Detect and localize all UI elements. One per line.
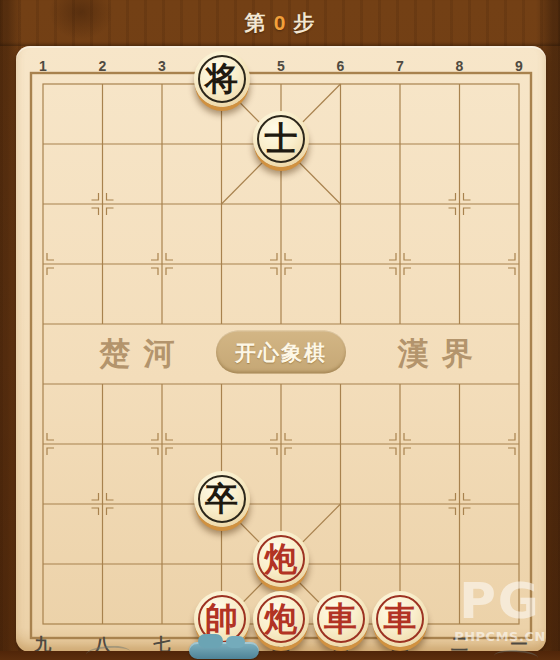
header-bar: 第 0 步	[0, 0, 560, 46]
xiangqi-board[interactable]: 楚河 开心象棋 漢界 123456789九八七六五四三二一 将士卒炮帥炮車車	[16, 46, 546, 652]
piece-red-chariot-b[interactable]: 車	[372, 591, 428, 647]
piece-black-soldier[interactable]: 卒	[194, 471, 250, 527]
file-label-top-7: 7	[396, 58, 404, 74]
piece-glyph: 士	[265, 123, 298, 156]
move-counter-suffix: 步	[293, 9, 315, 37]
piece-red-chariot-a[interactable]: 車	[313, 591, 369, 647]
file-label-top-9: 9	[515, 58, 523, 74]
piece-glyph: 炮	[265, 603, 298, 636]
file-label-top-3: 3	[158, 58, 166, 74]
app-window: 第 0 步 楚河 开心象棋 漢界 123456789九八七六五四三二一 将士卒炮…	[0, 0, 560, 660]
piece-red-cannon-a[interactable]: 炮	[253, 531, 309, 587]
river-label-han-jie: 漢界	[385, 333, 486, 375]
piece-black-general[interactable]: 将	[194, 51, 250, 107]
file-label-top-8: 8	[456, 58, 464, 74]
piece-glyph: 炮	[265, 543, 298, 576]
piece-red-cannon-b[interactable]: 炮	[253, 591, 309, 647]
app-badge-text: 开心象棋	[235, 338, 327, 366]
piece-black-advisor[interactable]: 士	[253, 111, 309, 167]
app-badge: 开心象棋	[216, 331, 346, 374]
piece-glyph: 車	[324, 603, 357, 636]
piece-glyph: 卒	[205, 483, 238, 516]
bottom-wood-strip	[0, 651, 560, 660]
move-counter-number: 0	[274, 11, 287, 35]
file-label-top-1: 1	[39, 58, 47, 74]
piece-glyph: 将	[205, 63, 238, 96]
file-label-top-2: 2	[99, 58, 107, 74]
cloud-ornament	[189, 642, 259, 659]
move-counter-prefix: 第	[245, 9, 267, 37]
piece-glyph: 車	[384, 603, 417, 636]
move-counter: 第 0 步	[0, 0, 560, 46]
piece-glyph: 帥	[205, 603, 238, 636]
file-label-top-5: 5	[277, 58, 285, 74]
file-label-top-6: 6	[337, 58, 345, 74]
river-label-chu-he: 楚河	[87, 333, 188, 375]
